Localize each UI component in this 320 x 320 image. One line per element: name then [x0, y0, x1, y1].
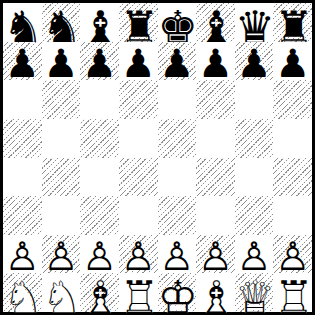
- white-pawn-icon: ♙: [43, 237, 78, 276]
- piece-white-pawn[interactable]: ♟♙: [235, 235, 274, 274]
- piece-white-pawn[interactable]: ♟♙: [158, 235, 197, 274]
- square-e3[interactable]: [158, 196, 197, 235]
- black-pawn-icon: ♟: [5, 44, 40, 83]
- square-a2[interactable]: ♟♙: [3, 235, 42, 274]
- piece-black-bishop[interactable]: ♝: [80, 3, 119, 42]
- piece-black-pawn[interactable]: ♟: [3, 42, 42, 81]
- black-pawn-icon: ♟: [198, 44, 233, 83]
- square-e5[interactable]: [158, 119, 197, 158]
- square-b6[interactable]: [42, 80, 81, 119]
- square-b8[interactable]: ♞: [42, 3, 81, 42]
- piece-white-knight[interactable]: ♞♘: [3, 273, 42, 312]
- black-pawn-icon: ♟: [82, 44, 117, 83]
- piece-black-pawn[interactable]: ♟: [158, 42, 197, 81]
- white-bishop-icon: ♗: [196, 275, 236, 320]
- piece-black-queen[interactable]: ♛: [235, 3, 274, 42]
- black-pawn-icon: ♟: [121, 44, 156, 83]
- white-queen-icon: ♕: [235, 275, 275, 320]
- square-g8[interactable]: ♛: [235, 3, 274, 42]
- square-f2[interactable]: ♟♙: [196, 235, 235, 274]
- piece-white-bishop[interactable]: ♝♗: [196, 273, 235, 312]
- white-knight-icon: ♘: [3, 275, 43, 320]
- piece-black-knight[interactable]: ♞: [3, 3, 42, 42]
- square-g3[interactable]: [235, 196, 274, 235]
- piece-white-pawn[interactable]: ♟♙: [196, 235, 235, 274]
- white-rook-icon: ♖: [273, 275, 313, 320]
- square-h8[interactable]: ♜: [273, 3, 312, 42]
- square-d8[interactable]: ♜: [119, 3, 158, 42]
- square-a3[interactable]: [3, 196, 42, 235]
- piece-black-pawn[interactable]: ♟: [196, 42, 235, 81]
- square-c2[interactable]: ♟♙: [80, 235, 119, 274]
- square-h5[interactable]: [273, 119, 312, 158]
- white-king-icon: ♔: [158, 275, 198, 320]
- piece-black-bishop[interactable]: ♝: [196, 3, 235, 42]
- piece-white-bishop[interactable]: ♝♗: [80, 273, 119, 312]
- piece-white-rook[interactable]: ♜♖: [119, 273, 158, 312]
- white-pawn-icon: ♙: [5, 237, 40, 276]
- white-pawn-icon: ♙: [159, 237, 194, 276]
- white-pawn-icon: ♙: [237, 237, 272, 276]
- white-bishop-icon: ♗: [80, 275, 120, 320]
- square-f6[interactable]: [196, 80, 235, 119]
- square-c7[interactable]: ♟: [80, 42, 119, 81]
- square-e7[interactable]: ♟: [158, 42, 197, 81]
- square-f1[interactable]: ♝♗: [196, 273, 235, 312]
- square-g1[interactable]: ♛♕: [235, 273, 274, 312]
- square-h6[interactable]: [273, 80, 312, 119]
- black-pawn-icon: ♟: [159, 44, 194, 83]
- square-b4[interactable]: [42, 158, 81, 197]
- square-e1[interactable]: ♚♔: [158, 273, 197, 312]
- square-b2[interactable]: ♟♙: [42, 235, 81, 274]
- square-e6[interactable]: [158, 80, 197, 119]
- square-d5[interactable]: [119, 119, 158, 158]
- square-d6[interactable]: [119, 80, 158, 119]
- square-g7[interactable]: ♟: [235, 42, 274, 81]
- square-a7[interactable]: ♟: [3, 42, 42, 81]
- square-e4[interactable]: [158, 158, 197, 197]
- square-b5[interactable]: [42, 119, 81, 158]
- square-f4[interactable]: [196, 158, 235, 197]
- piece-white-pawn[interactable]: ♟♙: [119, 235, 158, 274]
- piece-white-rook[interactable]: ♜♖: [273, 273, 312, 312]
- square-a5[interactable]: [3, 119, 42, 158]
- square-f8[interactable]: ♝: [196, 3, 235, 42]
- piece-black-pawn[interactable]: ♟: [273, 42, 312, 81]
- piece-black-king[interactable]: ♚: [158, 3, 197, 42]
- white-knight-icon: ♘: [42, 275, 82, 320]
- square-d7[interactable]: ♟: [119, 42, 158, 81]
- square-b3[interactable]: [42, 196, 81, 235]
- square-h1[interactable]: ♜♖: [273, 273, 312, 312]
- square-g2[interactable]: ♟♙: [235, 235, 274, 274]
- square-h2[interactable]: ♟♙: [273, 235, 312, 274]
- square-g6[interactable]: [235, 80, 274, 119]
- square-f7[interactable]: ♟: [196, 42, 235, 81]
- square-a4[interactable]: [3, 158, 42, 197]
- square-d1[interactable]: ♜♖: [119, 273, 158, 312]
- piece-black-pawn[interactable]: ♟: [42, 42, 81, 81]
- square-g4[interactable]: [235, 158, 274, 197]
- square-c6[interactable]: [80, 80, 119, 119]
- square-e2[interactable]: ♟♙: [158, 235, 197, 274]
- square-c1[interactable]: ♝♗: [80, 273, 119, 312]
- white-pawn-icon: ♙: [82, 237, 117, 276]
- square-h3[interactable]: [273, 196, 312, 235]
- square-f3[interactable]: [196, 196, 235, 235]
- white-rook-icon: ♖: [119, 275, 159, 320]
- piece-white-pawn[interactable]: ♟♙: [42, 235, 81, 274]
- square-d3[interactable]: [119, 196, 158, 235]
- square-a6[interactable]: [3, 80, 42, 119]
- piece-black-pawn[interactable]: ♟: [235, 42, 274, 81]
- square-c4[interactable]: [80, 158, 119, 197]
- square-e8[interactable]: ♚: [158, 3, 197, 42]
- white-pawn-icon: ♙: [198, 237, 233, 276]
- square-d2[interactable]: ♟♙: [119, 235, 158, 274]
- piece-white-knight[interactable]: ♞♘: [42, 273, 81, 312]
- piece-black-pawn[interactable]: ♟: [119, 42, 158, 81]
- black-pawn-icon: ♟: [237, 44, 272, 83]
- square-c8[interactable]: ♝: [80, 3, 119, 42]
- square-a8[interactable]: ♞: [3, 3, 42, 42]
- square-a1[interactable]: ♞♘: [3, 273, 42, 312]
- square-h4[interactable]: [273, 158, 312, 197]
- square-f5[interactable]: [196, 119, 235, 158]
- square-g5[interactable]: [235, 119, 274, 158]
- piece-white-pawn[interactable]: ♟♙: [80, 235, 119, 274]
- black-pawn-icon: ♟: [43, 44, 78, 83]
- square-b7[interactable]: ♟: [42, 42, 81, 81]
- square-d4[interactable]: [119, 158, 158, 197]
- square-c5[interactable]: [80, 119, 119, 158]
- piece-white-queen[interactable]: ♛♕: [235, 273, 274, 312]
- chess-board: ♞♞♝♜♚♝♛♜♟♟♟♟♟♟♟♟♟♙♟♙♟♙♟♙♟♙♟♙♟♙♟♙♞♘♞♘♝♗♜♖…: [0, 0, 315, 315]
- black-pawn-icon: ♟: [275, 44, 310, 83]
- piece-white-king[interactable]: ♚♔: [158, 273, 197, 312]
- square-h7[interactable]: ♟: [273, 42, 312, 81]
- white-pawn-icon: ♙: [121, 237, 156, 276]
- white-pawn-icon: ♙: [275, 237, 310, 276]
- piece-white-pawn[interactable]: ♟♙: [273, 235, 312, 274]
- square-b1[interactable]: ♞♘: [42, 273, 81, 312]
- piece-black-rook[interactable]: ♜: [119, 3, 158, 42]
- piece-black-pawn[interactable]: ♟: [80, 42, 119, 81]
- piece-black-rook[interactable]: ♜: [273, 3, 312, 42]
- piece-black-knight[interactable]: ♞: [42, 3, 81, 42]
- square-c3[interactable]: [80, 196, 119, 235]
- piece-white-pawn[interactable]: ♟♙: [3, 235, 42, 274]
